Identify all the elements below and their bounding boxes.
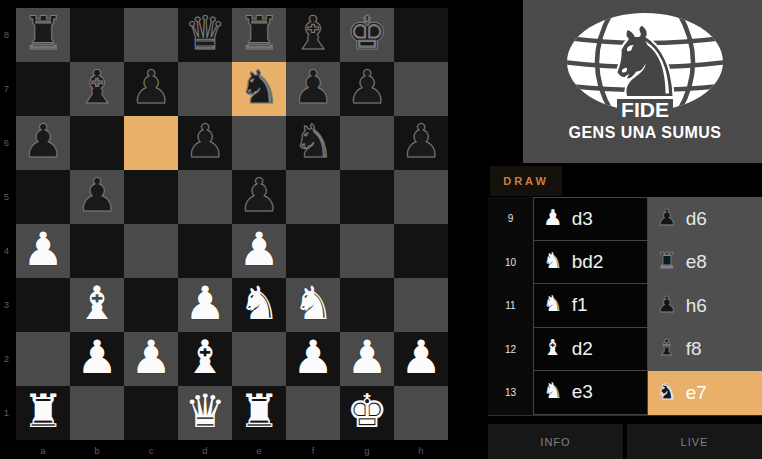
file-label-f: f xyxy=(286,445,340,456)
move-white-13[interactable]: ♞e3 xyxy=(533,371,648,415)
black-knight-icon: ♞ xyxy=(657,381,677,403)
square-f1[interactable] xyxy=(286,386,340,440)
rank-label-3: 3 xyxy=(0,299,13,310)
black-pawn-b5: ♟ xyxy=(76,172,117,218)
square-f8[interactable]: ♝ xyxy=(286,8,340,62)
rank-label-7: 7 xyxy=(0,83,13,94)
square-e6[interactable] xyxy=(232,116,286,170)
black-pawn-d6: ♟ xyxy=(184,118,225,164)
rank-label-1: 1 xyxy=(0,407,13,418)
rank-label-6: 6 xyxy=(0,137,13,148)
rank-label-4: 4 xyxy=(0,245,13,256)
white-bishop-icon: ♝ xyxy=(543,337,563,359)
square-b6[interactable] xyxy=(70,116,124,170)
move-number-10: 10 xyxy=(488,241,533,285)
tab-live[interactable]: LIVE xyxy=(627,424,762,459)
square-c2[interactable]: ♟ xyxy=(124,332,178,386)
square-a7[interactable] xyxy=(16,62,70,116)
square-a2[interactable] xyxy=(16,332,70,386)
square-d4[interactable] xyxy=(178,224,232,278)
white-knight-icon: ♞ xyxy=(543,250,563,272)
white-pawn-b2: ♟ xyxy=(76,334,117,380)
black-king-g8: ♚ xyxy=(346,10,387,56)
square-b1[interactable] xyxy=(70,386,124,440)
square-a1[interactable]: ♜ xyxy=(16,386,70,440)
move-black-11[interactable]: ♟h6 xyxy=(648,284,762,328)
move-text: h6 xyxy=(686,295,707,317)
black-bishop-b7: ♝ xyxy=(76,64,117,110)
move-text: f8 xyxy=(686,338,702,360)
move-white-11[interactable]: ♞f1 xyxy=(533,284,648,328)
white-pawn-e4: ♟ xyxy=(238,226,279,272)
square-e1[interactable]: ♜ xyxy=(232,386,286,440)
move-text: e3 xyxy=(572,381,593,403)
square-c3[interactable] xyxy=(124,278,178,332)
square-h8[interactable] xyxy=(394,8,448,62)
square-h5[interactable] xyxy=(394,170,448,224)
square-g6[interactable] xyxy=(340,116,394,170)
white-pawn-icon: ♟ xyxy=(543,207,563,229)
white-rook-e1: ♜ xyxy=(238,388,279,434)
rank-label-8: 8 xyxy=(0,29,13,40)
rank-label-5: 5 xyxy=(0,191,13,202)
square-f7[interactable]: ♟ xyxy=(286,62,340,116)
square-a4[interactable]: ♟ xyxy=(16,224,70,278)
black-pawn-g7: ♟ xyxy=(346,64,387,110)
white-bishop-b3: ♝ xyxy=(76,280,117,326)
move-black-12[interactable]: ♝f8 xyxy=(648,328,762,372)
black-rook-e8: ♜ xyxy=(238,10,279,56)
knight-globe-icon: ♞ FIDE GENS UNA SUMUS xyxy=(523,0,762,163)
white-pawn-g2: ♟ xyxy=(346,334,387,380)
square-b8[interactable] xyxy=(70,8,124,62)
white-pawn-f2: ♟ xyxy=(292,334,333,380)
square-g5[interactable] xyxy=(340,170,394,224)
square-h4[interactable] xyxy=(394,224,448,278)
fide-motto: GENS UNA SUMUS xyxy=(568,124,721,141)
white-rook-a1: ♜ xyxy=(22,388,63,434)
square-h1[interactable] xyxy=(394,386,448,440)
file-label-a: a xyxy=(16,445,70,456)
move-text: bd2 xyxy=(572,251,604,273)
square-f5[interactable] xyxy=(286,170,340,224)
move-number-9: 9 xyxy=(488,197,533,241)
square-g8[interactable]: ♚ xyxy=(340,8,394,62)
square-e5[interactable]: ♟ xyxy=(232,170,286,224)
black-pawn-h6: ♟ xyxy=(400,118,441,164)
white-knight-icon: ♞ xyxy=(543,380,563,402)
fide-logo-panel: ♞ FIDE GENS UNA SUMUS xyxy=(523,0,762,163)
black-knight-e7: ♞ xyxy=(238,64,279,110)
white-king-g1: ♚ xyxy=(346,388,387,434)
file-label-e: e xyxy=(232,445,286,456)
square-g7[interactable]: ♟ xyxy=(340,62,394,116)
status-badge: DRAW xyxy=(490,166,562,196)
black-bishop-icon: ♝ xyxy=(657,337,677,359)
white-queen-d1: ♛ xyxy=(184,388,225,434)
move-number-12: 12 xyxy=(488,328,533,372)
move-black-13[interactable]: ♞e7 xyxy=(648,371,762,415)
move-text: d2 xyxy=(572,338,593,360)
white-pawn-h2: ♟ xyxy=(400,334,441,380)
move-text: d3 xyxy=(572,208,593,230)
square-g2[interactable]: ♟ xyxy=(340,332,394,386)
white-knight-icon: ♞ xyxy=(543,293,563,315)
square-e8[interactable]: ♜ xyxy=(232,8,286,62)
square-b7[interactable]: ♝ xyxy=(70,62,124,116)
square-h3[interactable] xyxy=(394,278,448,332)
square-b2[interactable]: ♟ xyxy=(70,332,124,386)
rank-label-2: 2 xyxy=(0,353,13,364)
fide-title: FIDE xyxy=(621,98,669,121)
square-h2[interactable]: ♟ xyxy=(394,332,448,386)
square-f2[interactable]: ♟ xyxy=(286,332,340,386)
file-label-h: h xyxy=(394,445,448,456)
square-a3[interactable] xyxy=(16,278,70,332)
square-d1[interactable]: ♛ xyxy=(178,386,232,440)
black-knight-f6: ♞ xyxy=(292,118,333,164)
square-c1[interactable] xyxy=(124,386,178,440)
file-label-b: b xyxy=(70,445,124,456)
chess-board: ♜♛♜♝♚♝♟♞♟♟♟♟♞♟♟♟♟♟♝♟♞♞♟♟♝♟♟♟♜♛♜♚ xyxy=(16,8,448,440)
black-pawn-f7: ♟ xyxy=(292,64,333,110)
square-c8[interactable] xyxy=(124,8,178,62)
black-pawn-c7: ♟ xyxy=(130,64,171,110)
square-c5[interactable] xyxy=(124,170,178,224)
square-h6[interactable]: ♟ xyxy=(394,116,448,170)
move-table: 9♟d3♟d610♞bd2♜e811♞f1♟h612♝d2♝f813♞e3♞e7 xyxy=(488,197,762,416)
file-label-d: d xyxy=(178,445,232,456)
white-knight-e3: ♞ xyxy=(238,280,279,326)
move-black-9[interactable]: ♟d6 xyxy=(648,197,762,241)
black-pawn-a6: ♟ xyxy=(22,118,63,164)
white-pawn-d3: ♟ xyxy=(184,280,225,326)
move-black-10[interactable]: ♜e8 xyxy=(648,241,762,285)
move-text: e7 xyxy=(686,382,707,404)
white-bishop-d2: ♝ xyxy=(184,334,225,380)
move-white-10[interactable]: ♞bd2 xyxy=(533,241,648,285)
square-g3[interactable] xyxy=(340,278,394,332)
square-e7[interactable]: ♞ xyxy=(232,62,286,116)
move-number-11: 11 xyxy=(488,284,533,328)
square-d6[interactable]: ♟ xyxy=(178,116,232,170)
square-c6[interactable] xyxy=(124,116,178,170)
square-b5[interactable]: ♟ xyxy=(70,170,124,224)
square-d3[interactable]: ♟ xyxy=(178,278,232,332)
square-d5[interactable] xyxy=(178,170,232,224)
black-bishop-f8: ♝ xyxy=(292,10,333,56)
move-text: f1 xyxy=(572,294,588,316)
square-e4[interactable]: ♟ xyxy=(232,224,286,278)
square-f4[interactable] xyxy=(286,224,340,278)
black-pawn-icon: ♟ xyxy=(657,207,677,229)
square-c7[interactable]: ♟ xyxy=(124,62,178,116)
black-rook-icon: ♜ xyxy=(657,250,677,272)
square-h7[interactable] xyxy=(394,62,448,116)
white-pawn-a4: ♟ xyxy=(22,226,63,272)
move-text: d6 xyxy=(686,208,707,230)
move-text: e8 xyxy=(686,251,707,273)
tab-info[interactable]: INFO xyxy=(488,424,623,459)
black-pawn-icon: ♟ xyxy=(657,294,677,316)
square-a5[interactable] xyxy=(16,170,70,224)
square-a6[interactable]: ♟ xyxy=(16,116,70,170)
square-a8[interactable]: ♜ xyxy=(16,8,70,62)
square-b3[interactable]: ♝ xyxy=(70,278,124,332)
move-white-9[interactable]: ♟d3 xyxy=(533,197,648,241)
square-f6[interactable]: ♞ xyxy=(286,116,340,170)
white-knight-f3: ♞ xyxy=(292,280,333,326)
square-b4[interactable] xyxy=(70,224,124,278)
move-white-12[interactable]: ♝d2 xyxy=(533,328,648,372)
square-e2[interactable] xyxy=(232,332,286,386)
black-queen-d8: ♛ xyxy=(184,10,225,56)
white-pawn-c2: ♟ xyxy=(130,334,171,380)
square-g1[interactable]: ♚ xyxy=(340,386,394,440)
square-f3[interactable]: ♞ xyxy=(286,278,340,332)
square-e3[interactable]: ♞ xyxy=(232,278,286,332)
square-d2[interactable]: ♝ xyxy=(178,332,232,386)
file-label-c: c xyxy=(124,445,178,456)
black-pawn-e5: ♟ xyxy=(238,172,279,218)
square-g4[interactable] xyxy=(340,224,394,278)
file-label-g: g xyxy=(340,445,394,456)
square-d8[interactable]: ♛ xyxy=(178,8,232,62)
black-rook-a8: ♜ xyxy=(22,10,63,56)
square-c4[interactable] xyxy=(124,224,178,278)
square-d7[interactable] xyxy=(178,62,232,116)
move-number-13: 13 xyxy=(488,371,533,415)
